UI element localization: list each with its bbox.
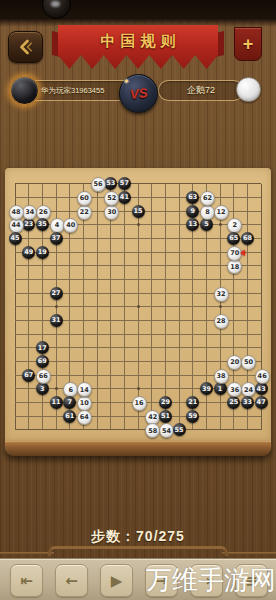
white-stone-18: 18: [227, 259, 242, 274]
stone-number: 25: [229, 399, 238, 406]
grid-line-v: [151, 184, 152, 430]
black-stone-57: 57: [118, 177, 131, 190]
black-stone-47: 47: [255, 396, 268, 409]
stone-number: 35: [38, 221, 47, 228]
site-watermark: 万维手游网: [146, 563, 276, 598]
stone-number: 52: [107, 195, 116, 202]
white-stone-46: 46: [255, 369, 270, 384]
black-stone-17: 17: [36, 341, 49, 354]
white-player-plaque: 企鹅72: [158, 80, 244, 101]
white-stone-30: 30: [104, 205, 119, 220]
grid-line-h: [15, 361, 261, 362]
stone-number: 3: [40, 386, 45, 393]
stone-number: 51: [161, 413, 170, 420]
star-point: [137, 223, 140, 226]
grid-line-h: [15, 416, 261, 417]
stone-number: 43: [257, 386, 266, 393]
black-stone-13: 13: [186, 218, 199, 231]
stone-number: 55: [175, 427, 184, 434]
stone-number: 23: [24, 221, 33, 228]
black-stone-29: 29: [159, 396, 172, 409]
black-stone-59: 59: [186, 410, 199, 423]
page-title: 中国规则: [58, 32, 218, 51]
black-stone-61: 61: [63, 410, 76, 423]
stone-number: 2: [233, 222, 238, 229]
board-front-edge: [5, 441, 271, 456]
plus-icon: +: [243, 34, 254, 55]
stone-number: 65: [229, 235, 238, 242]
grid-line-v: [165, 184, 166, 430]
black-stone-avatar: [10, 76, 39, 105]
stone-number: 34: [25, 209, 34, 216]
white-stone-50: 50: [241, 355, 256, 370]
stone-number: 8: [205, 209, 210, 216]
stone-number: 62: [203, 195, 212, 202]
play-icon: ▶: [111, 572, 123, 590]
stone-number: 32: [217, 291, 226, 298]
stone-number: 10: [80, 400, 89, 407]
step-back-icon: ←: [65, 572, 78, 590]
white-stone-8: 8: [200, 205, 215, 220]
white-player-name: 企鹅72: [187, 84, 215, 97]
skip-to-start-icon: ⇤: [20, 572, 33, 590]
white-stone-14: 14: [77, 382, 92, 397]
go-board[interactable]: 1234567891011121314151617181920212223242…: [5, 168, 271, 442]
stone-number: 14: [80, 387, 89, 394]
stone-number: 45: [10, 235, 19, 242]
stone-number: 24: [244, 387, 253, 394]
black-stone-37: 37: [50, 232, 63, 245]
stone-number: 16: [135, 400, 144, 407]
stone-number: 33: [243, 399, 252, 406]
vs-label: VS: [129, 85, 148, 102]
skip-to-start-button[interactable]: ⇤: [10, 564, 43, 597]
star-point: [219, 305, 222, 308]
white-stone-48: 48: [9, 205, 24, 220]
black-player-plaque: 华为玩家31963455: [26, 80, 133, 101]
stone-number: 17: [38, 345, 47, 352]
stone-number: 41: [120, 194, 129, 201]
stone-number: 48: [11, 209, 20, 216]
white-stone-38: 38: [214, 369, 229, 384]
last-move-marker: [240, 250, 245, 256]
black-stone-23: 23: [22, 218, 35, 231]
stone-number: 6: [68, 387, 73, 394]
tray-center-tab: [48, 546, 228, 556]
stone-number: 56: [94, 181, 103, 188]
black-stone-31: 31: [50, 314, 63, 327]
white-stone-12: 12: [214, 205, 229, 220]
stone-number: 70: [230, 250, 239, 257]
white-stone-62: 62: [200, 191, 215, 206]
stone-number: 53: [106, 180, 115, 187]
stone-number: 68: [243, 235, 252, 242]
app-screen: 中国规则 + 华为玩家31963455 企鹅72 ✦ VS 1234567891…: [0, 0, 276, 600]
step-back-button[interactable]: ←: [55, 564, 88, 597]
white-stone-40: 40: [63, 218, 78, 233]
play-button[interactable]: ▶: [100, 564, 133, 597]
vs-emblem: ✦ VS: [119, 74, 158, 113]
black-stone-55: 55: [173, 423, 186, 436]
star-point: [137, 387, 140, 390]
grid-line-h: [15, 429, 261, 430]
white-stone-44: 44: [9, 218, 24, 233]
grid-line-h: [15, 334, 261, 335]
stone-number: 19: [38, 249, 47, 256]
stone-number: 37: [51, 235, 60, 242]
black-stone-35: 35: [36, 218, 49, 231]
stone-number: 59: [188, 413, 197, 420]
stone-number: 58: [148, 428, 157, 435]
stone-number: 22: [80, 209, 89, 216]
white-stone-64: 64: [77, 410, 92, 425]
black-stone-65: 65: [227, 232, 240, 245]
black-stone-19: 19: [36, 246, 49, 259]
black-stone-63: 63: [186, 191, 199, 204]
stone-number: 7: [67, 399, 72, 406]
black-stone-39: 39: [200, 382, 213, 395]
white-stone-34: 34: [22, 205, 37, 220]
stone-number: 5: [204, 221, 209, 228]
black-stone-1: 1: [214, 382, 227, 395]
black-stone-15: 15: [132, 205, 145, 218]
back-button[interactable]: [8, 31, 43, 63]
white-stone-54: 54: [159, 423, 174, 438]
stone-number: 11: [51, 399, 60, 406]
white-stone-52: 52: [104, 191, 119, 206]
star-point: [219, 223, 222, 226]
stone-number: 1: [218, 386, 223, 393]
black-stone-67: 67: [22, 369, 35, 382]
stone-number: 39: [202, 386, 211, 393]
stone-number: 21: [188, 399, 197, 406]
stone-number: 57: [120, 180, 129, 187]
white-stone-70: 70: [227, 246, 242, 261]
stone-number: 31: [51, 317, 60, 324]
white-stone-36: 36: [227, 382, 242, 397]
stone-number: 54: [162, 428, 171, 435]
grid-line-v: [179, 184, 180, 430]
black-stone-9: 9: [186, 205, 199, 218]
stone-number: 27: [51, 290, 60, 297]
stone-number: 67: [24, 372, 33, 379]
black-stone-68: 68: [241, 232, 254, 245]
stone-number: 26: [39, 209, 48, 216]
rules-banner: 中国规则: [58, 25, 218, 71]
black-stone-27: 27: [50, 287, 63, 300]
black-stone-11: 11: [50, 396, 63, 409]
stone-number: 44: [11, 222, 20, 229]
grid-line-h: [15, 347, 261, 348]
stone-number: 4: [55, 222, 60, 229]
black-stone-33: 33: [241, 396, 254, 409]
stone-number: 61: [65, 413, 74, 420]
stone-number: 46: [258, 373, 267, 380]
black-stone-49: 49: [22, 246, 35, 259]
star-point: [55, 387, 58, 390]
white-stone-6: 6: [63, 382, 78, 397]
stone-number: 42: [148, 414, 157, 421]
white-stone-avatar: [236, 77, 261, 102]
black-stone-41: 41: [118, 191, 131, 204]
stone-number: 66: [39, 373, 48, 380]
stone-number: 60: [80, 195, 89, 202]
sparkle-icon: ✦: [123, 77, 130, 86]
black-player-name: 华为玩家31963455: [41, 86, 104, 96]
white-stone-56: 56: [91, 177, 106, 192]
black-stone-3: 3: [36, 382, 49, 395]
tray-ridge-right: [222, 552, 276, 555]
black-stone-5: 5: [200, 218, 213, 231]
stone-number: 12: [217, 209, 226, 216]
star-point: [137, 305, 140, 308]
stone-number: 69: [38, 358, 47, 365]
move-counter: 步数：70/275: [0, 528, 276, 546]
stone-number: 29: [161, 399, 170, 406]
black-stone-45: 45: [9, 232, 22, 245]
white-stone-58: 58: [145, 423, 160, 438]
black-stone-21: 21: [186, 396, 199, 409]
stone-number: 38: [217, 373, 226, 380]
black-stone-51: 51: [159, 410, 172, 423]
white-stone-66: 66: [36, 369, 51, 384]
black-stone-69: 69: [36, 355, 49, 368]
stone-number: 50: [244, 359, 253, 366]
stone-number: 13: [188, 221, 197, 228]
white-stone-32: 32: [214, 287, 229, 302]
stone-number: 18: [230, 264, 239, 271]
stone-number: 47: [257, 399, 266, 406]
stone-number: 36: [230, 387, 239, 394]
tray-ridge-left: [0, 552, 54, 555]
stone-number: 28: [217, 318, 226, 325]
add-button[interactable]: +: [234, 27, 262, 61]
white-stone-10: 10: [77, 396, 92, 411]
white-stone-2: 2: [227, 218, 242, 233]
white-stone-24: 24: [241, 382, 256, 397]
stone-number: 30: [107, 209, 116, 216]
black-stone-25: 25: [227, 396, 240, 409]
white-stone-16: 16: [132, 396, 147, 411]
white-stone-22: 22: [77, 205, 92, 220]
white-stone-60: 60: [77, 191, 92, 206]
chevron-left-icon: [17, 38, 35, 56]
stone-number: 49: [24, 249, 33, 256]
black-stone-43: 43: [255, 382, 268, 395]
stone-number: 63: [188, 194, 197, 201]
black-stone-7: 7: [63, 396, 76, 409]
black-stone-53: 53: [104, 177, 117, 190]
stone-number: 15: [134, 208, 143, 215]
white-stone-28: 28: [214, 314, 229, 329]
stone-number: 64: [80, 414, 89, 421]
stone-number: 9: [191, 208, 196, 215]
stone-number: 20: [230, 359, 239, 366]
stone-number: 40: [66, 222, 75, 229]
star-point: [55, 305, 58, 308]
